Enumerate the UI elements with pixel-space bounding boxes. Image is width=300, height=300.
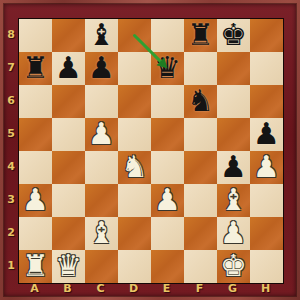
square-c6[interactable]: [85, 85, 118, 118]
square-d7[interactable]: [118, 52, 151, 85]
square-b4[interactable]: [52, 151, 85, 184]
square-c3[interactable]: [85, 184, 118, 217]
square-d4[interactable]: ♞: [118, 151, 151, 184]
square-h7[interactable]: [250, 52, 283, 85]
square-h3[interactable]: [250, 184, 283, 217]
square-g8[interactable]: ♚: [217, 19, 250, 52]
piece-white-knight[interactable]: ♞: [118, 151, 151, 184]
square-h1[interactable]: [250, 250, 283, 283]
square-b2[interactable]: [52, 217, 85, 250]
square-a8[interactable]: [19, 19, 52, 52]
square-g4[interactable]: ♟: [217, 151, 250, 184]
piece-white-bishop[interactable]: ♝: [217, 184, 250, 217]
square-c5[interactable]: ♟: [85, 118, 118, 151]
square-e4[interactable]: [151, 151, 184, 184]
rank-label-4: 4: [4, 150, 18, 183]
square-g2[interactable]: ♟: [217, 217, 250, 250]
square-e8[interactable]: [151, 19, 184, 52]
piece-white-rook[interactable]: ♜: [19, 250, 52, 283]
square-a7[interactable]: ♜: [19, 52, 52, 85]
square-e2[interactable]: [151, 217, 184, 250]
square-b1[interactable]: ♛: [52, 250, 85, 283]
piece-black-queen[interactable]: ♛: [151, 52, 184, 85]
square-b6[interactable]: [52, 85, 85, 118]
rank-label-5: 5: [4, 117, 18, 150]
piece-white-pawn[interactable]: ♟: [250, 151, 283, 184]
square-a4[interactable]: [19, 151, 52, 184]
rank-label-6: 6: [4, 84, 18, 117]
square-e6[interactable]: [151, 85, 184, 118]
square-f5[interactable]: [184, 118, 217, 151]
square-c7[interactable]: ♟: [85, 52, 118, 85]
piece-white-queen[interactable]: ♛: [52, 250, 85, 283]
square-b7[interactable]: ♟: [52, 52, 85, 85]
square-g5[interactable]: [217, 118, 250, 151]
board-frame: 87654321 ABCDEFGH ♝♜♚♜♟♟♛♞♟♟♞♟♟♟♟♝♝♟♜♛♚: [0, 0, 300, 300]
piece-white-pawn[interactable]: ♟: [19, 184, 52, 217]
rank-label-1: 1: [4, 249, 18, 282]
square-d3[interactable]: [118, 184, 151, 217]
piece-black-rook[interactable]: ♜: [184, 19, 217, 52]
square-b5[interactable]: [52, 118, 85, 151]
square-f6[interactable]: ♞: [184, 85, 217, 118]
square-h5[interactable]: ♟: [250, 118, 283, 151]
piece-white-pawn[interactable]: ♟: [151, 184, 184, 217]
square-h6[interactable]: [250, 85, 283, 118]
square-a2[interactable]: [19, 217, 52, 250]
square-h8[interactable]: [250, 19, 283, 52]
rank-label-7: 7: [4, 51, 18, 84]
piece-black-pawn[interactable]: ♟: [85, 52, 118, 85]
piece-black-pawn[interactable]: ♟: [52, 52, 85, 85]
piece-white-pawn[interactable]: ♟: [217, 217, 250, 250]
piece-black-knight[interactable]: ♞: [184, 85, 217, 118]
piece-black-bishop[interactable]: ♝: [85, 19, 118, 52]
piece-white-bishop[interactable]: ♝: [85, 217, 118, 250]
square-e5[interactable]: [151, 118, 184, 151]
square-h4[interactable]: ♟: [250, 151, 283, 184]
piece-white-king[interactable]: ♚: [217, 250, 250, 283]
square-h2[interactable]: [250, 217, 283, 250]
piece-white-pawn[interactable]: ♟: [85, 118, 118, 151]
square-d2[interactable]: [118, 217, 151, 250]
square-c2[interactable]: ♝: [85, 217, 118, 250]
square-a6[interactable]: [19, 85, 52, 118]
square-g6[interactable]: [217, 85, 250, 118]
rank-labels: 87654321: [4, 18, 18, 282]
board-border-band: 87654321 ABCDEFGH ♝♜♚♜♟♟♛♞♟♟♞♟♟♟♟♝♝♟♜♛♚: [4, 4, 296, 296]
square-d1[interactable]: [118, 250, 151, 283]
square-f4[interactable]: [184, 151, 217, 184]
file-labels: ABCDEFGH: [18, 283, 282, 296]
square-c1[interactable]: [85, 250, 118, 283]
square-c8[interactable]: ♝: [85, 19, 118, 52]
piece-black-pawn[interactable]: ♟: [217, 151, 250, 184]
square-e3[interactable]: ♟: [151, 184, 184, 217]
square-c4[interactable]: [85, 151, 118, 184]
square-a5[interactable]: [19, 118, 52, 151]
square-g1[interactable]: ♚: [217, 250, 250, 283]
square-d8[interactable]: [118, 19, 151, 52]
square-b8[interactable]: [52, 19, 85, 52]
square-g7[interactable]: [217, 52, 250, 85]
rank-label-8: 8: [4, 18, 18, 51]
square-e7[interactable]: ♛: [151, 52, 184, 85]
square-f2[interactable]: [184, 217, 217, 250]
square-d5[interactable]: [118, 118, 151, 151]
square-f8[interactable]: ♜: [184, 19, 217, 52]
square-b3[interactable]: [52, 184, 85, 217]
rank-label-2: 2: [4, 216, 18, 249]
square-f7[interactable]: [184, 52, 217, 85]
square-a3[interactable]: ♟: [19, 184, 52, 217]
square-g3[interactable]: ♝: [217, 184, 250, 217]
rank-label-3: 3: [4, 183, 18, 216]
chess-board[interactable]: ♝♜♚♜♟♟♛♞♟♟♞♟♟♟♟♝♝♟♜♛♚: [18, 18, 284, 284]
piece-black-pawn[interactable]: ♟: [250, 118, 283, 151]
square-f3[interactable]: [184, 184, 217, 217]
square-a1[interactable]: ♜: [19, 250, 52, 283]
square-e1[interactable]: [151, 250, 184, 283]
square-d6[interactable]: [118, 85, 151, 118]
piece-black-king[interactable]: ♚: [217, 19, 250, 52]
piece-black-rook[interactable]: ♜: [19, 52, 52, 85]
square-f1[interactable]: [184, 250, 217, 283]
